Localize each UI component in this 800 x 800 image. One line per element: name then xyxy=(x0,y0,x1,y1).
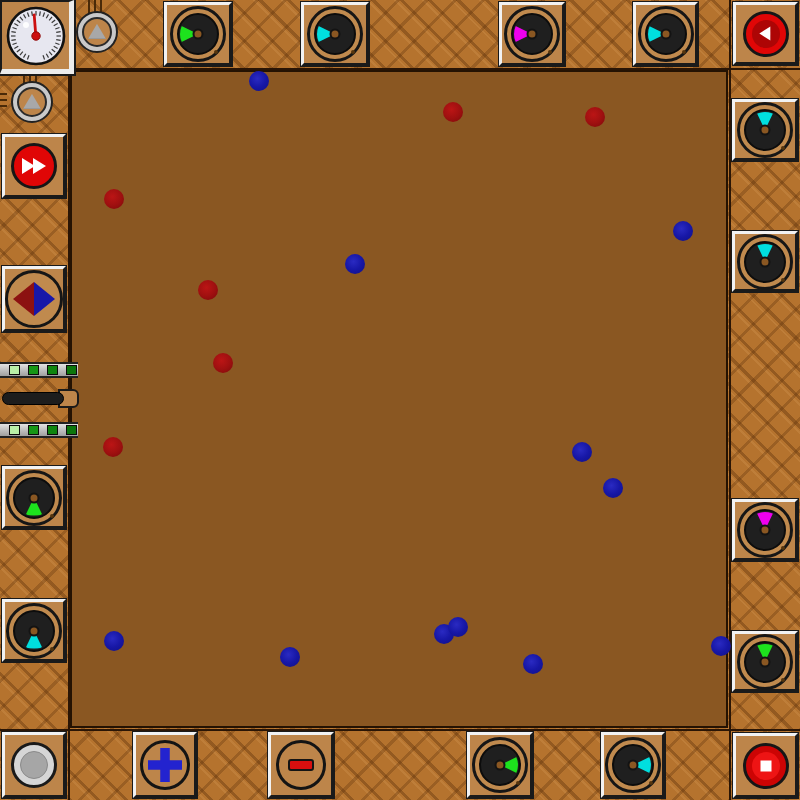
dial-bottom-green-hub xyxy=(495,760,506,771)
dial-right-cyan-1-hub xyxy=(760,125,771,136)
dial-bottom-green-tile[interactable] xyxy=(467,732,533,798)
dial-right-cyan-2-hub xyxy=(760,256,771,267)
pipe-line xyxy=(0,99,7,101)
blue-particle[interactable] xyxy=(603,478,623,498)
blue-particle[interactable] xyxy=(104,631,124,651)
blue-particle[interactable] xyxy=(572,442,592,462)
dial-left-green[interactable] xyxy=(6,470,62,526)
dial-top-green[interactable] xyxy=(170,6,226,62)
frame-seam xyxy=(729,0,731,800)
screw-icon xyxy=(351,50,355,54)
blank-button-inner xyxy=(20,751,48,779)
up-arrow-icon xyxy=(23,94,41,109)
reverse-button[interactable] xyxy=(743,11,789,57)
dial-right-cyan-1[interactable] xyxy=(737,102,793,158)
screw-icon xyxy=(214,50,218,54)
valve-button-left-face xyxy=(17,87,47,117)
led-cell xyxy=(28,425,39,435)
screw-icon xyxy=(781,278,785,282)
dial-top-green-tile[interactable] xyxy=(164,2,232,66)
red-particle[interactable] xyxy=(585,107,605,127)
direction-toggle[interactable] xyxy=(5,270,63,328)
remove-button[interactable] xyxy=(276,740,326,790)
stop-button-tile[interactable] xyxy=(733,733,798,798)
blue-particle[interactable] xyxy=(673,221,693,241)
dial-top-cyan-1[interactable] xyxy=(307,6,363,62)
screw-icon xyxy=(781,146,785,150)
dial-right-green[interactable] xyxy=(737,634,793,690)
dial-right-green-hub xyxy=(760,656,771,667)
led-cell xyxy=(9,425,20,435)
dial-left-cyan-tile[interactable] xyxy=(2,599,66,662)
led-cell xyxy=(66,365,77,375)
dial-top-cyan-2-tile[interactable] xyxy=(633,2,698,66)
dial-top-cyan-2-hub xyxy=(660,29,671,40)
led-cell xyxy=(28,365,39,375)
blue-particle[interactable] xyxy=(448,617,468,637)
dial-bottom-cyan[interactable] xyxy=(605,737,661,793)
pressure-gauge-tile xyxy=(0,0,74,74)
screw-icon xyxy=(682,50,686,54)
led-cell xyxy=(47,365,58,375)
dial-bottom-cyan-hub xyxy=(628,760,639,771)
remove-button-tile[interactable] xyxy=(268,732,334,798)
dial-right-green-tile[interactable] xyxy=(732,631,798,692)
up-arrow-icon xyxy=(88,24,106,39)
dial-right-magenta-tile[interactable] xyxy=(732,499,798,561)
dial-right-magenta-hub xyxy=(760,525,771,536)
add-button[interactable] xyxy=(140,740,190,790)
screw-icon xyxy=(649,781,653,785)
screw-icon xyxy=(50,514,54,518)
minus-icon xyxy=(288,759,314,771)
red-particle[interactable] xyxy=(104,189,124,209)
dial-top-cyan-1-hub xyxy=(330,29,341,40)
reverse-button-tile[interactable] xyxy=(733,2,798,65)
blank-button-tile[interactable] xyxy=(2,732,66,798)
blue-particle[interactable] xyxy=(280,647,300,667)
dial-top-cyan-1-tile[interactable] xyxy=(301,2,369,66)
blank-button-outer[interactable] xyxy=(11,742,57,788)
right-arrow-icon xyxy=(34,282,55,316)
screw-icon xyxy=(781,546,785,550)
dial-top-green-hub xyxy=(193,29,204,40)
fast-forward-button-tile[interactable] xyxy=(2,134,66,198)
game-board[interactable] xyxy=(70,70,728,728)
dial-right-cyan-1-tile[interactable] xyxy=(732,99,798,161)
direction-toggle-tile[interactable] xyxy=(2,266,66,332)
red-particle[interactable] xyxy=(443,102,463,122)
dial-top-magenta[interactable] xyxy=(504,6,560,62)
dial-left-cyan-hub xyxy=(29,625,40,636)
dial-top-cyan-2[interactable] xyxy=(638,6,694,62)
dial-top-magenta-tile[interactable] xyxy=(499,2,565,66)
pipe-line xyxy=(0,105,7,107)
dial-left-green-hub xyxy=(29,492,40,503)
left-arrow-icon xyxy=(13,282,34,316)
led-cell xyxy=(9,365,20,375)
screw-icon xyxy=(548,50,552,54)
stop-button[interactable] xyxy=(743,743,789,789)
screw-icon xyxy=(516,781,520,785)
red-particle[interactable] xyxy=(103,437,123,457)
slider-lever[interactable] xyxy=(2,392,64,405)
blue-particle[interactable] xyxy=(523,654,543,674)
screw-icon xyxy=(50,647,54,651)
dial-right-cyan-2[interactable] xyxy=(737,234,793,290)
dial-left-cyan[interactable] xyxy=(6,603,62,659)
led-meter-2 xyxy=(0,422,78,438)
ff-triangle-2 xyxy=(33,158,46,174)
frame-seam xyxy=(0,729,800,731)
dial-top-magenta-hub xyxy=(527,29,538,40)
stop-icon xyxy=(760,760,771,771)
dial-bottom-green[interactable] xyxy=(472,737,528,793)
pipe-line xyxy=(0,93,7,95)
game-window xyxy=(0,0,800,800)
red-particle[interactable] xyxy=(213,353,233,373)
dial-bottom-cyan-tile[interactable] xyxy=(601,732,665,798)
blue-particle[interactable] xyxy=(711,636,731,656)
dial-right-magenta[interactable] xyxy=(737,502,793,558)
fast-forward-button[interactable] xyxy=(11,143,57,189)
blue-particle[interactable] xyxy=(345,254,365,274)
valve-button-top[interactable] xyxy=(76,11,118,53)
plus-icon xyxy=(148,748,182,782)
screw-icon xyxy=(781,678,785,682)
led-cell xyxy=(47,425,58,435)
pressure-gauge xyxy=(6,6,66,66)
red-particle[interactable] xyxy=(198,280,218,300)
fast-forward-icon xyxy=(22,158,46,174)
valve-button-left[interactable] xyxy=(11,81,53,123)
add-button-tile[interactable] xyxy=(133,732,197,798)
blue-particle[interactable] xyxy=(249,71,269,91)
dial-right-cyan-2-tile[interactable] xyxy=(732,231,798,292)
led-meter-1 xyxy=(0,362,78,378)
dial-left-green-tile[interactable] xyxy=(2,466,66,529)
valve-button-top-face xyxy=(82,17,112,47)
led-cell xyxy=(66,425,77,435)
